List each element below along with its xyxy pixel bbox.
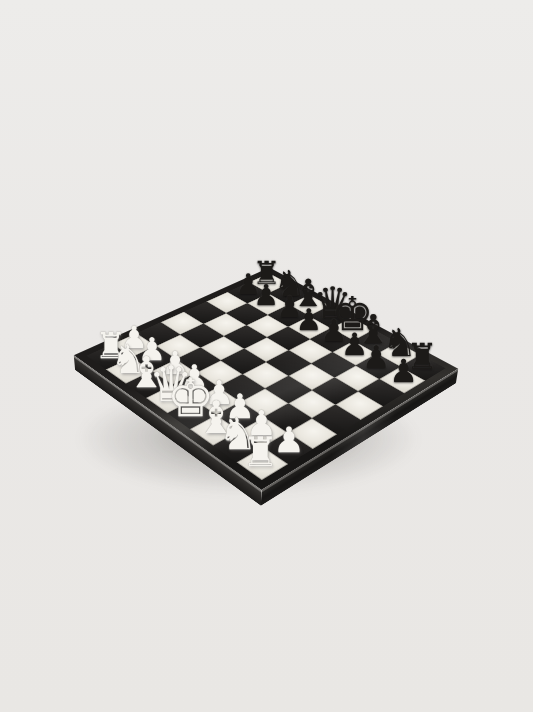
- photo-backdrop: ♜♞♝♛♚♝♞♜♟♟♟♟♟♟♟♟♟♟♟♟♟♟♟♟♜♞♝♛♚♝♞♜: [0, 0, 533, 712]
- chess-board: [74, 268, 458, 490]
- board-grid: [87, 273, 446, 480]
- board-top-face: [74, 268, 458, 490]
- scene: [0, 0, 533, 712]
